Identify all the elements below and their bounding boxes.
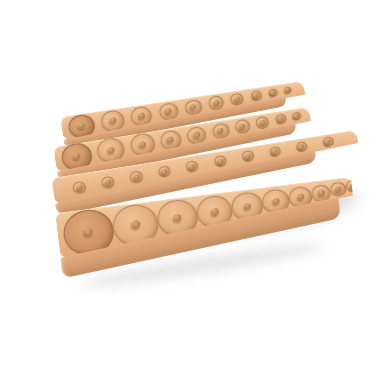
cylinder-knob: [78, 122, 86, 129]
knobbed-cylinder: [345, 179, 359, 192]
cylinder-knob: [271, 148, 278, 154]
cylinder-knob: [285, 87, 292, 93]
knobbed-cylinder: [101, 175, 116, 189]
cylinder-knob: [173, 214, 182, 222]
knobbed-cylinder: [158, 165, 172, 178]
cylinder-knob: [109, 117, 117, 124]
cylinder-knob: [138, 112, 146, 119]
cylinder-knob: [193, 131, 201, 138]
cylinder-knob: [349, 183, 356, 189]
knobbed-cylinder: [250, 90, 262, 102]
cylinder-knob: [161, 168, 168, 174]
cylinder-knob: [244, 153, 251, 159]
cylinder-knob: [217, 158, 224, 164]
cylinder-knob: [335, 186, 342, 192]
cylinder-knob: [243, 203, 251, 210]
cylinder-knob: [277, 116, 284, 122]
cylinder-knob: [213, 100, 220, 106]
knobbed-cylinder: [295, 141, 307, 153]
knobbed-cylinder: [186, 160, 200, 173]
cylinder-knob: [167, 136, 175, 143]
knobbed-cylinder: [72, 180, 87, 194]
cylinder-knob: [76, 184, 83, 190]
knobbed-cylinder: [284, 87, 292, 94]
cylinder-knob: [190, 104, 197, 110]
knobbed-cylinder: [129, 170, 144, 184]
cylinder-knob: [165, 107, 173, 114]
knobbed-cylinder: [329, 181, 347, 197]
cylinder-knob: [325, 138, 332, 144]
knobbed-cylinder: [292, 111, 302, 120]
cylinder-knob: [272, 198, 280, 205]
product-photo-scene: [0, 0, 375, 375]
cylinder-knob: [217, 127, 224, 133]
cylinder-knob: [297, 193, 305, 200]
cylinder-knob: [239, 123, 246, 129]
cylinder-knob: [270, 90, 277, 96]
cylinder-knob: [107, 147, 115, 154]
knobbed-cylinder: [322, 136, 334, 148]
cylinder-knob: [293, 113, 300, 119]
cylinder-knob: [259, 120, 266, 126]
cylinder-knob: [138, 141, 146, 148]
cylinder-knob: [84, 227, 94, 236]
cylinder-knob: [133, 174, 140, 180]
knobbed-cylinder: [241, 150, 255, 163]
knobbed-cylinder: [213, 155, 227, 168]
cylinder-knob: [105, 179, 112, 185]
cylinder-knob: [73, 153, 81, 160]
cylinder-knob: [210, 208, 219, 216]
cylinder-knob: [298, 143, 305, 149]
knobbed-cylinder: [268, 88, 278, 97]
knobbed-cylinder: [274, 113, 286, 125]
cylinder-knob: [189, 163, 196, 169]
cylinder-knob: [234, 96, 241, 102]
cylinder-knob: [131, 220, 141, 229]
knobbed-cylinder: [255, 116, 270, 130]
cylinder-knob: [317, 189, 325, 196]
cylinder-knob: [253, 93, 260, 99]
knobbed-cylinder: [269, 145, 281, 157]
